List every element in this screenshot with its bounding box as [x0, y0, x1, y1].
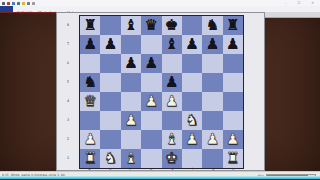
square-c5[interactable] — [121, 73, 141, 92]
square-e5[interactable]: ♟ — [162, 73, 182, 92]
square-h8[interactable]: ♜ — [223, 16, 243, 35]
piece-white-pawn-a2[interactable]: ♟ — [83, 130, 96, 149]
piece-white-pawn-e4[interactable]: ♟ — [165, 92, 178, 111]
screen: –❐✕ FileEditViewModeOptionsHelp 87654321… — [0, 0, 320, 180]
piece-black-pawn-f7[interactable]: ♟ — [185, 35, 198, 54]
piece-white-knight-f3[interactable]: ♞ — [185, 111, 198, 130]
square-d5[interactable] — [141, 73, 161, 92]
window-controls: –❐✕ — [284, 1, 315, 5]
square-h4[interactable] — [223, 92, 243, 111]
board: ♜♝♛♚♞♜♟♟♝♟♟♟♟♟♞♟♛♟♟♟♞♟♝♟♟♟♜♞♝♚♜ — [79, 15, 244, 169]
piece-black-bishop-e7[interactable]: ♝ — [165, 35, 178, 54]
square-g7[interactable]: ♟ — [202, 35, 222, 54]
square-g1[interactable] — [202, 149, 222, 168]
square-h1[interactable]: ♜ — [223, 149, 243, 168]
piece-black-pawn-c6[interactable]: ♟ — [124, 54, 137, 73]
square-a5[interactable]: ♞ — [80, 73, 100, 92]
square-g4[interactable] — [202, 92, 222, 111]
rank-label-1: 1 — [62, 152, 74, 162]
square-e6[interactable] — [162, 54, 182, 73]
square-h5[interactable] — [223, 73, 243, 92]
rank-label-7: 7 — [62, 38, 74, 48]
piece-black-rook-a8[interactable]: ♜ — [83, 16, 96, 35]
square-a6[interactable] — [80, 54, 100, 73]
file-label-b: b — [105, 168, 115, 170]
bottom-edge — [0, 179, 320, 180]
square-f6[interactable] — [182, 54, 202, 73]
square-g8[interactable]: ♞ — [202, 16, 222, 35]
piece-black-pawn-e5[interactable]: ♟ — [165, 73, 178, 92]
chess-window: 87654321 ♜♝♛♚♞♜♟♟♝♟♟♟♟♟♞♟♛♟♟♟♞♟♝♟♟♟♜♞♝♚♜… — [56, 12, 265, 171]
square-g3[interactable] — [202, 111, 222, 130]
piece-black-queen-d8[interactable]: ♛ — [145, 16, 158, 35]
square-h2[interactable]: ♟ — [223, 130, 243, 149]
piece-black-rook-h8[interactable]: ♜ — [226, 16, 239, 35]
square-c7[interactable] — [121, 35, 141, 54]
square-d6[interactable]: ♟ — [141, 54, 161, 73]
square-e4[interactable]: ♟ — [162, 92, 182, 111]
piece-black-pawn-b7[interactable]: ♟ — [104, 35, 117, 54]
rank-label-2: 2 — [62, 133, 74, 143]
square-a2[interactable]: ♟ — [80, 130, 100, 149]
square-c6[interactable]: ♟ — [121, 54, 141, 73]
square-f7[interactable]: ♟ — [182, 35, 202, 54]
piece-white-pawn-h2[interactable]: ♟ — [226, 130, 239, 149]
square-h7[interactable]: ♟ — [223, 35, 243, 54]
square-e1[interactable]: ♚ — [162, 149, 182, 168]
piece-white-king-e1[interactable]: ♚ — [165, 149, 178, 168]
piece-white-bishop-e2[interactable]: ♝ — [165, 130, 178, 149]
globe-icon[interactable] — [12, 2, 15, 5]
minimize-button[interactable]: – — [284, 2, 286, 4]
close-button[interactable]: ✕ — [311, 2, 314, 4]
file-label-a: a — [84, 168, 94, 170]
file-label-h: h — [229, 168, 239, 170]
rank-labels: 87654321 — [57, 15, 79, 167]
square-b5[interactable] — [100, 73, 120, 92]
square-d1[interactable] — [141, 149, 161, 168]
hamburger-icon[interactable] — [2, 2, 5, 5]
square-f1[interactable] — [182, 149, 202, 168]
square-d3[interactable] — [141, 111, 161, 130]
square-a7[interactable]: ♟ — [80, 35, 100, 54]
piece-black-pawn-g7[interactable]: ♟ — [206, 35, 219, 54]
file-label-e: e — [167, 168, 177, 170]
rank-label-4: 4 — [62, 95, 74, 105]
square-d8[interactable]: ♛ — [141, 16, 161, 35]
restore-button[interactable]: ❐ — [297, 2, 300, 4]
piece-white-knight-b1[interactable]: ♞ — [104, 149, 117, 168]
square-f8[interactable] — [182, 16, 202, 35]
piece-black-knight-g8[interactable]: ♞ — [206, 16, 219, 35]
square-d2[interactable] — [141, 130, 161, 149]
piece-white-bishop-c1[interactable]: ♝ — [124, 149, 137, 168]
square-b7[interactable]: ♟ — [100, 35, 120, 54]
file-label-d: d — [146, 168, 156, 170]
piece-white-pawn-c3[interactable]: ♟ — [124, 111, 137, 130]
square-e8[interactable]: ♚ — [162, 16, 182, 35]
square-e3[interactable] — [162, 111, 182, 130]
piece-white-pawn-g2[interactable]: ♟ — [206, 130, 219, 149]
square-b2[interactable] — [100, 130, 120, 149]
square-g5[interactable] — [202, 73, 222, 92]
square-a4[interactable]: ♛ — [80, 92, 100, 111]
square-f5[interactable] — [182, 73, 202, 92]
rank-label-6: 6 — [62, 57, 74, 67]
piece-white-pawn-f2[interactable]: ♟ — [185, 130, 198, 149]
square-f2[interactable]: ♟ — [182, 130, 202, 149]
piece-black-bishop-c8[interactable]: ♝ — [124, 16, 137, 35]
square-b8[interactable] — [100, 16, 120, 35]
piece-black-king-e8[interactable]: ♚ — [165, 16, 178, 35]
piece-black-pawn-d6[interactable]: ♟ — [145, 54, 158, 73]
square-c4[interactable] — [121, 92, 141, 111]
square-g6[interactable] — [202, 54, 222, 73]
square-a1[interactable]: ♜ — [80, 149, 100, 168]
square-c3[interactable]: ♟ — [121, 111, 141, 130]
document-icon[interactable] — [7, 2, 10, 5]
square-b1[interactable]: ♞ — [100, 149, 120, 168]
piece-white-rook-h1[interactable]: ♜ — [226, 149, 239, 168]
square-b4[interactable] — [100, 92, 120, 111]
rank-label-5: 5 — [62, 76, 74, 86]
rank-label-8: 8 — [62, 19, 74, 29]
square-d4[interactable]: ♟ — [141, 92, 161, 111]
square-c2[interactable] — [121, 130, 141, 149]
square-a3[interactable] — [80, 111, 100, 130]
square-f3[interactable]: ♞ — [182, 111, 202, 130]
square-c1[interactable]: ♝ — [121, 149, 141, 168]
rank-label-3: 3 — [62, 114, 74, 124]
square-h3[interactable] — [223, 111, 243, 130]
square-g2[interactable]: ♟ — [202, 130, 222, 149]
square-d7[interactable] — [141, 35, 161, 54]
square-f4[interactable] — [182, 92, 202, 111]
square-b3[interactable] — [100, 111, 120, 130]
piece-black-knight-a5[interactable]: ♞ — [83, 73, 96, 92]
piece-white-queen-a4[interactable]: ♛ — [83, 92, 96, 111]
piece-black-pawn-a7[interactable]: ♟ — [83, 35, 96, 54]
file-label-f: f — [187, 168, 197, 170]
file-label-g: g — [208, 168, 218, 170]
square-a8[interactable]: ♜ — [80, 16, 100, 35]
square-b6[interactable] — [100, 54, 120, 73]
square-c8[interactable]: ♝ — [121, 16, 141, 35]
piece-white-pawn-d4[interactable]: ♟ — [145, 92, 158, 111]
square-e7[interactable]: ♝ — [162, 35, 182, 54]
file-label-c: c — [125, 168, 135, 170]
square-e2[interactable]: ♝ — [162, 130, 182, 149]
piece-white-rook-a1[interactable]: ♜ — [83, 149, 96, 168]
piece-black-pawn-h7[interactable]: ♟ — [226, 35, 239, 54]
square-h6[interactable] — [223, 54, 243, 73]
